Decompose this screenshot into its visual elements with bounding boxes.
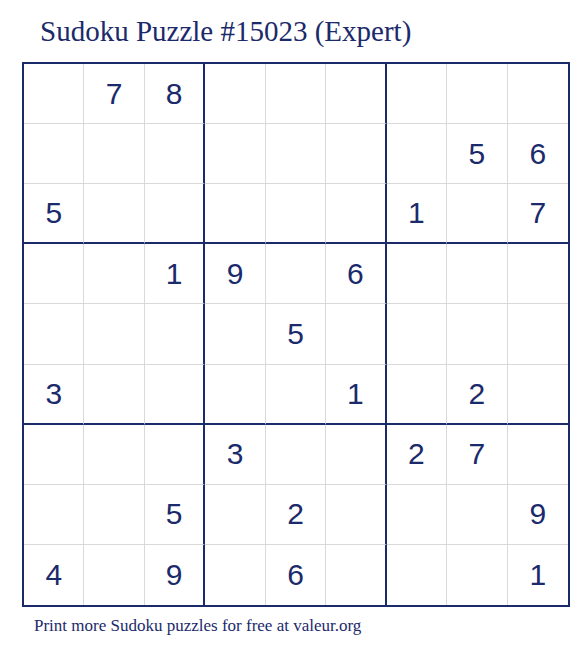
cell-r8c3: 5 <box>145 485 205 545</box>
cell-r9c1: 4 <box>24 545 84 605</box>
cell-r3c3 <box>145 184 205 244</box>
cell-r2c7 <box>387 124 447 184</box>
cell-r7c5 <box>266 425 326 485</box>
cell-r6c1: 3 <box>24 365 84 425</box>
cell-r3c5 <box>266 184 326 244</box>
cell-r7c3 <box>145 425 205 485</box>
cell-r1c6 <box>326 64 386 124</box>
cell-r5c7 <box>387 304 447 364</box>
cell-r8c4 <box>205 485 265 545</box>
cell-r4c7 <box>387 244 447 304</box>
cell-r5c8 <box>447 304 507 364</box>
cell-r7c2 <box>84 425 144 485</box>
cell-r1c5 <box>266 64 326 124</box>
cell-r2c6 <box>326 124 386 184</box>
cell-r6c3 <box>145 365 205 425</box>
cell-r5c6 <box>326 304 386 364</box>
cell-r1c4 <box>205 64 265 124</box>
cell-r1c8 <box>447 64 507 124</box>
cell-r3c9: 7 <box>508 184 568 244</box>
cell-r5c1 <box>24 304 84 364</box>
page-title: Sudoku Puzzle #15023 (Expert) <box>40 15 411 48</box>
cell-r5c9 <box>508 304 568 364</box>
cell-r8c7 <box>387 485 447 545</box>
cell-r4c3: 1 <box>145 244 205 304</box>
cell-r1c2: 7 <box>84 64 144 124</box>
cell-r9c7 <box>387 545 447 605</box>
cell-r9c4 <box>205 545 265 605</box>
cell-r2c5 <box>266 124 326 184</box>
cell-r6c7 <box>387 365 447 425</box>
cell-r8c8 <box>447 485 507 545</box>
cell-r8c6 <box>326 485 386 545</box>
cell-r7c8: 7 <box>447 425 507 485</box>
cell-r3c1: 5 <box>24 184 84 244</box>
cell-r4c2 <box>84 244 144 304</box>
cell-r5c5: 5 <box>266 304 326 364</box>
cell-r7c6 <box>326 425 386 485</box>
cell-r8c2 <box>84 485 144 545</box>
cell-r5c4 <box>205 304 265 364</box>
cell-r7c1 <box>24 425 84 485</box>
cell-r4c8 <box>447 244 507 304</box>
cell-r3c8 <box>447 184 507 244</box>
cell-r1c9 <box>508 64 568 124</box>
page: Sudoku Puzzle #15023 (Expert) 7856517196… <box>0 0 580 651</box>
cell-r6c9 <box>508 365 568 425</box>
cell-r1c1 <box>24 64 84 124</box>
cell-r9c6 <box>326 545 386 605</box>
cell-r2c3 <box>145 124 205 184</box>
cell-r2c4 <box>205 124 265 184</box>
cell-r5c2 <box>84 304 144 364</box>
cell-r9c9: 1 <box>508 545 568 605</box>
cell-r8c9: 9 <box>508 485 568 545</box>
cell-r8c5: 2 <box>266 485 326 545</box>
cell-r1c3: 8 <box>145 64 205 124</box>
cell-r1c7 <box>387 64 447 124</box>
cell-r4c6: 6 <box>326 244 386 304</box>
cell-r6c6: 1 <box>326 365 386 425</box>
cell-r6c8: 2 <box>447 365 507 425</box>
cell-r3c7: 1 <box>387 184 447 244</box>
cell-r7c9 <box>508 425 568 485</box>
cell-r9c2 <box>84 545 144 605</box>
cell-r3c4 <box>205 184 265 244</box>
cell-r4c9 <box>508 244 568 304</box>
cell-r2c2 <box>84 124 144 184</box>
cell-r6c4 <box>205 365 265 425</box>
cell-r2c9: 6 <box>508 124 568 184</box>
cell-r9c8 <box>447 545 507 605</box>
cell-r4c5 <box>266 244 326 304</box>
cell-r4c1 <box>24 244 84 304</box>
cell-r6c2 <box>84 365 144 425</box>
cell-r5c3 <box>145 304 205 364</box>
cell-r6c5 <box>266 365 326 425</box>
cell-r9c5: 6 <box>266 545 326 605</box>
cell-r7c4: 3 <box>205 425 265 485</box>
cell-r9c3: 9 <box>145 545 205 605</box>
cell-r3c6 <box>326 184 386 244</box>
sudoku-grid: 785651719653123275294961 <box>22 62 570 607</box>
cell-r2c8: 5 <box>447 124 507 184</box>
cell-r7c7: 2 <box>387 425 447 485</box>
footer-text: Print more Sudoku puzzles for free at va… <box>34 616 361 636</box>
cell-r4c4: 9 <box>205 244 265 304</box>
cell-r3c2 <box>84 184 144 244</box>
cell-r8c1 <box>24 485 84 545</box>
cell-r2c1 <box>24 124 84 184</box>
